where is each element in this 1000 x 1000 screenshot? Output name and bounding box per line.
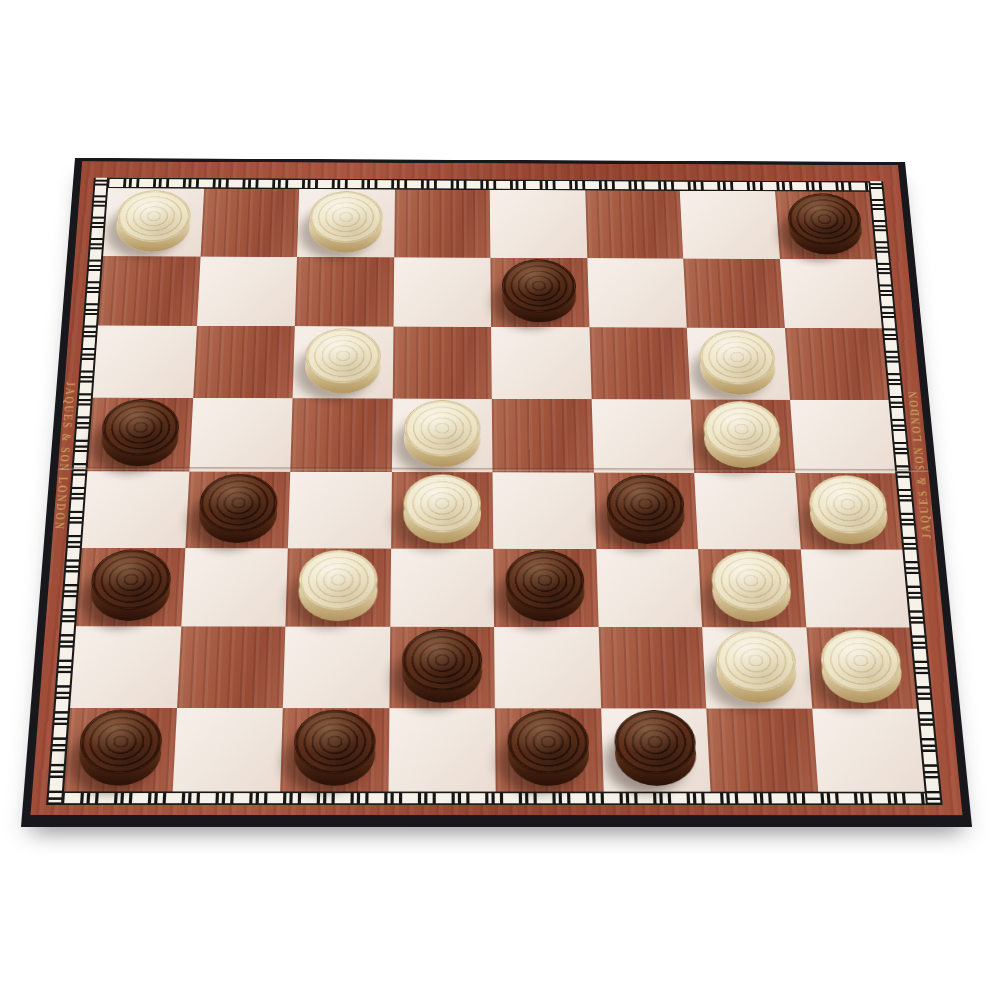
piece-top-face bbox=[402, 629, 482, 691]
cream-piece-r7c8[interactable] bbox=[818, 630, 902, 692]
cream-piece-r3c7[interactable] bbox=[699, 330, 777, 385]
border-strip-bottom bbox=[46, 791, 943, 805]
brown-piece-r2c5[interactable] bbox=[502, 259, 577, 313]
brown-piece-r8c6[interactable] bbox=[613, 710, 697, 774]
brown-piece-r4c1[interactable] bbox=[101, 399, 181, 456]
brown-piece-r8c5[interactable] bbox=[508, 710, 590, 774]
brown-piece-r1c8[interactable] bbox=[786, 193, 863, 245]
brown-piece-r5c6[interactable] bbox=[606, 475, 686, 533]
photo-scene: JAQUES & SON LONDON JAQUES & SON LONDON bbox=[0, 0, 1000, 1000]
brown-piece-r6c5[interactable] bbox=[506, 551, 586, 611]
brown-piece-r5c2[interactable] bbox=[198, 474, 278, 533]
cream-piece-r5c4[interactable] bbox=[403, 474, 481, 533]
cream-piece-r4c7[interactable] bbox=[702, 401, 781, 458]
piece-top-face bbox=[403, 474, 481, 533]
cream-piece-r1c3[interactable] bbox=[309, 191, 383, 243]
brown-piece-r6c1[interactable] bbox=[90, 550, 173, 610]
brown-piece-r8c1[interactable] bbox=[78, 710, 164, 774]
brown-piece-r7c4[interactable] bbox=[402, 629, 482, 691]
cream-piece-r3c3[interactable] bbox=[305, 328, 381, 383]
cream-piece-r6c7[interactable] bbox=[710, 551, 792, 611]
cream-piece-r7c7[interactable] bbox=[715, 629, 798, 691]
checkers-board: JAQUES & SON LONDON JAQUES & SON LONDON bbox=[21, 158, 972, 827]
pieces-layer bbox=[64, 188, 925, 792]
cream-piece-r5c8[interactable] bbox=[807, 475, 889, 533]
cream-piece-r1c1[interactable] bbox=[116, 190, 192, 242]
cream-piece-r6c3[interactable] bbox=[298, 550, 378, 610]
piece-top-face bbox=[404, 400, 481, 457]
brown-piece-r8c3[interactable] bbox=[294, 710, 377, 774]
cream-piece-r4c4[interactable] bbox=[404, 400, 481, 457]
